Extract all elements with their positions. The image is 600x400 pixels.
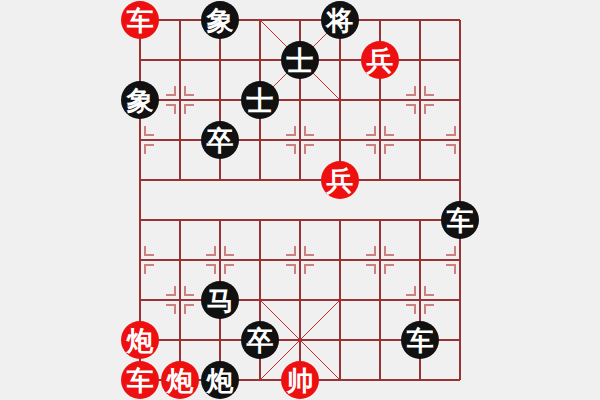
point-f6-r9[interactable] bbox=[360, 360, 400, 400]
point-f7-r5[interactable] bbox=[400, 200, 440, 240]
piece-black-elephant-1[interactable]: 象 bbox=[201, 1, 239, 39]
point-f4-r8[interactable] bbox=[280, 320, 320, 360]
piece-red-soldier-1[interactable]: 兵 bbox=[361, 41, 399, 79]
point-f0-r8[interactable]: 炮 bbox=[120, 320, 160, 360]
point-f0-r9[interactable]: 车 bbox=[120, 360, 160, 400]
point-f4-r3[interactable] bbox=[280, 120, 320, 160]
point-f6-r0[interactable] bbox=[360, 0, 400, 40]
point-f5-r2[interactable] bbox=[320, 80, 360, 120]
point-f3-r2[interactable]: 士 bbox=[240, 80, 280, 120]
point-f5-r9[interactable] bbox=[320, 360, 360, 400]
point-f6-r8[interactable] bbox=[360, 320, 400, 360]
point-f6-r5[interactable] bbox=[360, 200, 400, 240]
point-f4-r2[interactable] bbox=[280, 80, 320, 120]
point-f1-r1[interactable] bbox=[160, 40, 200, 80]
point-f3-r8[interactable]: 卒 bbox=[240, 320, 280, 360]
point-f7-r7[interactable] bbox=[400, 280, 440, 320]
point-f8-r4[interactable] bbox=[440, 160, 480, 200]
point-f1-r4[interactable] bbox=[160, 160, 200, 200]
point-f3-r4[interactable] bbox=[240, 160, 280, 200]
piece-red-chariot-1[interactable]: 车 bbox=[121, 1, 159, 39]
point-f6-r1[interactable]: 兵 bbox=[360, 40, 400, 80]
point-f2-r9[interactable]: 炮 bbox=[200, 360, 240, 400]
point-f6-r6[interactable] bbox=[360, 240, 400, 280]
point-f0-r7[interactable] bbox=[120, 280, 160, 320]
point-f7-r3[interactable] bbox=[400, 120, 440, 160]
point-f8-r6[interactable] bbox=[440, 240, 480, 280]
point-f7-r4[interactable] bbox=[400, 160, 440, 200]
piece-black-soldier-2[interactable]: 卒 bbox=[241, 321, 279, 359]
piece-black-horse[interactable]: 马 bbox=[201, 281, 239, 319]
point-f4-r6[interactable] bbox=[280, 240, 320, 280]
point-f3-r9[interactable] bbox=[240, 360, 280, 400]
point-f8-r7[interactable] bbox=[440, 280, 480, 320]
point-f0-r4[interactable] bbox=[120, 160, 160, 200]
piece-black-advisor-2[interactable]: 士 bbox=[241, 81, 279, 119]
point-f0-r6[interactable] bbox=[120, 240, 160, 280]
point-f4-r5[interactable] bbox=[280, 200, 320, 240]
point-f1-r3[interactable] bbox=[160, 120, 200, 160]
point-f7-r1[interactable] bbox=[400, 40, 440, 80]
point-f5-r8[interactable] bbox=[320, 320, 360, 360]
point-f2-r0[interactable]: 象 bbox=[200, 0, 240, 40]
piece-black-soldier-1[interactable]: 卒 bbox=[201, 121, 239, 159]
piece-black-elephant-2[interactable]: 象 bbox=[121, 81, 159, 119]
point-f3-r7[interactable] bbox=[240, 280, 280, 320]
piece-black-chariot-1[interactable]: 车 bbox=[441, 201, 479, 239]
point-f5-r1[interactable] bbox=[320, 40, 360, 80]
point-f1-r8[interactable] bbox=[160, 320, 200, 360]
point-f0-r2[interactable]: 象 bbox=[120, 80, 160, 120]
screenshot-root: 车象将士兵象士卒兵车马炮卒车车炮炮帅 bbox=[0, 0, 600, 400]
point-f1-r5[interactable] bbox=[160, 200, 200, 240]
piece-red-general[interactable]: 帅 bbox=[281, 361, 319, 399]
point-f2-r8[interactable] bbox=[200, 320, 240, 360]
point-f1-r9[interactable]: 炮 bbox=[160, 360, 200, 400]
piece-red-cannon-2[interactable]: 炮 bbox=[161, 361, 199, 399]
piece-red-soldier-2[interactable]: 兵 bbox=[321, 161, 359, 199]
point-f4-r1[interactable]: 士 bbox=[280, 40, 320, 80]
point-f0-r5[interactable] bbox=[120, 200, 160, 240]
point-f2-r2[interactable] bbox=[200, 80, 240, 120]
piece-red-chariot-2[interactable]: 车 bbox=[121, 361, 159, 399]
point-f7-r2[interactable] bbox=[400, 80, 440, 120]
point-f6-r7[interactable] bbox=[360, 280, 400, 320]
point-f4-r7[interactable] bbox=[280, 280, 320, 320]
point-f0-r1[interactable] bbox=[120, 40, 160, 80]
point-f5-r7[interactable] bbox=[320, 280, 360, 320]
point-f2-r1[interactable] bbox=[200, 40, 240, 80]
point-f8-r5[interactable]: 车 bbox=[440, 200, 480, 240]
point-f1-r7[interactable] bbox=[160, 280, 200, 320]
point-f1-r0[interactable] bbox=[160, 0, 200, 40]
point-f5-r3[interactable] bbox=[320, 120, 360, 160]
point-f4-r0[interactable] bbox=[280, 0, 320, 40]
point-f8-r1[interactable] bbox=[440, 40, 480, 80]
point-f2-r3[interactable]: 卒 bbox=[200, 120, 240, 160]
point-f5-r6[interactable] bbox=[320, 240, 360, 280]
point-f8-r8[interactable] bbox=[440, 320, 480, 360]
point-f2-r5[interactable] bbox=[200, 200, 240, 240]
point-f8-r3[interactable] bbox=[440, 120, 480, 160]
point-f1-r6[interactable] bbox=[160, 240, 200, 280]
point-f5-r0[interactable]: 将 bbox=[320, 0, 360, 40]
piece-red-cannon-1[interactable]: 炮 bbox=[121, 321, 159, 359]
piece-black-cannon[interactable]: 炮 bbox=[201, 361, 239, 399]
point-f2-r4[interactable] bbox=[200, 160, 240, 200]
point-f0-r0[interactable]: 车 bbox=[120, 0, 160, 40]
point-f7-r8[interactable]: 车 bbox=[400, 320, 440, 360]
point-f6-r2[interactable] bbox=[360, 80, 400, 120]
xiangqi-board: 车象将士兵象士卒兵车马炮卒车车炮炮帅 bbox=[120, 0, 480, 400]
point-f3-r5[interactable] bbox=[240, 200, 280, 240]
point-f6-r4[interactable] bbox=[360, 160, 400, 200]
point-f5-r4[interactable]: 兵 bbox=[320, 160, 360, 200]
point-f3-r3[interactable] bbox=[240, 120, 280, 160]
point-f3-r6[interactable] bbox=[240, 240, 280, 280]
piece-black-advisor-1[interactable]: 士 bbox=[281, 41, 319, 79]
point-f6-r3[interactable] bbox=[360, 120, 400, 160]
point-f8-r0[interactable] bbox=[440, 0, 480, 40]
point-f1-r2[interactable] bbox=[160, 80, 200, 120]
point-f4-r9[interactable]: 帅 bbox=[280, 360, 320, 400]
point-f3-r0[interactable] bbox=[240, 0, 280, 40]
point-f7-r0[interactable] bbox=[400, 0, 440, 40]
point-f7-r6[interactable] bbox=[400, 240, 440, 280]
point-f2-r6[interactable] bbox=[200, 240, 240, 280]
piece-black-general[interactable]: 将 bbox=[321, 1, 359, 39]
point-f8-r2[interactable] bbox=[440, 80, 480, 120]
point-f8-r9[interactable] bbox=[440, 360, 480, 400]
point-f5-r5[interactable] bbox=[320, 200, 360, 240]
point-f4-r4[interactable] bbox=[280, 160, 320, 200]
point-f2-r7[interactable]: 马 bbox=[200, 280, 240, 320]
point-f3-r1[interactable] bbox=[240, 40, 280, 80]
point-f0-r3[interactable] bbox=[120, 120, 160, 160]
point-f7-r9[interactable] bbox=[400, 360, 440, 400]
piece-black-chariot-2[interactable]: 车 bbox=[401, 321, 439, 359]
